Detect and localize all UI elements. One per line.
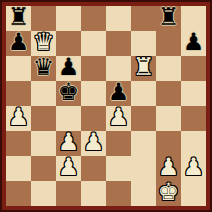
square-f5[interactable] (131, 81, 156, 106)
piece-white-pawn[interactable]: ♟ (183, 155, 205, 180)
piece-black-queen[interactable]: ♛ (33, 55, 55, 80)
square-e2[interactable] (106, 156, 131, 181)
square-e3[interactable] (106, 131, 131, 156)
square-f1[interactable] (131, 181, 156, 206)
square-b2[interactable] (31, 156, 56, 181)
piece-white-pawn[interactable]: ♟ (8, 105, 30, 130)
piece-white-queen[interactable]: ♛ (33, 30, 55, 55)
piece-white-pawn[interactable]: ♟ (58, 130, 80, 155)
square-d6[interactable] (81, 56, 106, 81)
square-h6[interactable] (181, 56, 206, 81)
square-e7[interactable] (106, 31, 131, 56)
square-h4[interactable] (181, 106, 206, 131)
square-d3[interactable]: ♟ (81, 131, 106, 156)
square-g8[interactable]: ♜ (156, 6, 181, 31)
square-f4[interactable] (131, 106, 156, 131)
square-h1[interactable] (181, 181, 206, 206)
square-h2[interactable]: ♟ (181, 156, 206, 181)
chess-board-frame: ♜♜♟♛♟♛♟♜♚♟♟♟♟♟♟♟♟♚ (0, 0, 212, 212)
chess-board: ♜♜♟♛♟♛♟♜♚♟♟♟♟♟♟♟♟♚ (6, 6, 206, 206)
piece-black-rook[interactable]: ♜ (158, 5, 180, 30)
square-g4[interactable] (156, 106, 181, 131)
piece-white-pawn[interactable]: ♟ (58, 155, 80, 180)
square-b1[interactable] (31, 181, 56, 206)
piece-black-pawn[interactable]: ♟ (108, 80, 130, 105)
piece-black-pawn[interactable]: ♟ (58, 55, 80, 80)
piece-black-king[interactable]: ♚ (58, 80, 80, 105)
square-a1[interactable] (6, 181, 31, 206)
square-d2[interactable] (81, 156, 106, 181)
square-d7[interactable] (81, 31, 106, 56)
square-e8[interactable] (106, 6, 131, 31)
piece-black-rook[interactable]: ♜ (8, 5, 30, 30)
square-b4[interactable] (31, 106, 56, 131)
square-g5[interactable] (156, 81, 181, 106)
square-h5[interactable] (181, 81, 206, 106)
square-a2[interactable] (6, 156, 31, 181)
square-b5[interactable] (31, 81, 56, 106)
square-b3[interactable] (31, 131, 56, 156)
piece-black-pawn[interactable]: ♟ (183, 30, 205, 55)
piece-white-pawn[interactable]: ♟ (158, 155, 180, 180)
square-d1[interactable] (81, 181, 106, 206)
square-d5[interactable] (81, 81, 106, 106)
square-b6[interactable]: ♛ (31, 56, 56, 81)
square-c1[interactable] (56, 181, 81, 206)
square-c5[interactable]: ♚ (56, 81, 81, 106)
piece-white-rook[interactable]: ♜ (133, 55, 155, 80)
square-a7[interactable]: ♟ (6, 31, 31, 56)
square-h7[interactable]: ♟ (181, 31, 206, 56)
square-a4[interactable]: ♟ (6, 106, 31, 131)
square-g7[interactable] (156, 31, 181, 56)
piece-white-pawn[interactable]: ♟ (108, 105, 130, 130)
square-f2[interactable] (131, 156, 156, 181)
piece-white-pawn[interactable]: ♟ (83, 130, 105, 155)
square-a6[interactable] (6, 56, 31, 81)
square-d8[interactable] (81, 6, 106, 31)
square-c8[interactable] (56, 6, 81, 31)
square-f6[interactable]: ♜ (131, 56, 156, 81)
piece-black-pawn[interactable]: ♟ (8, 30, 30, 55)
square-f3[interactable] (131, 131, 156, 156)
square-g1[interactable]: ♚ (156, 181, 181, 206)
piece-white-king[interactable]: ♚ (158, 180, 180, 205)
square-f8[interactable] (131, 6, 156, 31)
square-g6[interactable] (156, 56, 181, 81)
square-e4[interactable]: ♟ (106, 106, 131, 131)
square-a3[interactable] (6, 131, 31, 156)
square-c2[interactable]: ♟ (56, 156, 81, 181)
square-e1[interactable] (106, 181, 131, 206)
